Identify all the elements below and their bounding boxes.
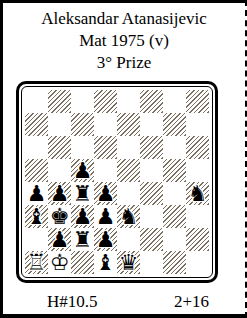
chess-board: ♟♟♟♜♟♞♝♚♟♟♞♟♜♟♖♔♝♛ xyxy=(25,90,209,274)
white-rook-piece: ♖ xyxy=(27,251,47,274)
square-f4 xyxy=(140,182,163,205)
square-d2: ♟ xyxy=(94,228,117,251)
square-h4: ♞ xyxy=(186,182,209,205)
square-b3: ♚ xyxy=(48,205,71,228)
square-c2: ♜ xyxy=(71,228,94,251)
square-h5 xyxy=(186,159,209,182)
square-f3 xyxy=(140,205,163,228)
square-c8 xyxy=(71,90,94,113)
square-a4: ♟ xyxy=(25,182,48,205)
square-e6 xyxy=(117,136,140,159)
square-b1: ♔ xyxy=(48,251,71,274)
square-g8 xyxy=(163,90,186,113)
square-a3: ♝ xyxy=(25,205,48,228)
black-pawn-piece: ♟ xyxy=(96,228,116,251)
square-e8 xyxy=(117,90,140,113)
square-g4 xyxy=(163,182,186,205)
black-queen-piece: ♛ xyxy=(119,251,139,274)
black-rook-piece: ♜ xyxy=(73,182,93,205)
square-a5 xyxy=(25,159,48,182)
black-pawn-piece: ♟ xyxy=(27,182,47,205)
square-b2: ♟ xyxy=(48,228,71,251)
black-rook-piece: ♜ xyxy=(73,228,93,251)
square-f2 xyxy=(140,228,163,251)
square-d6 xyxy=(94,136,117,159)
black-pawn-piece: ♟ xyxy=(73,205,93,228)
square-f7 xyxy=(140,113,163,136)
black-pawn-piece: ♟ xyxy=(73,159,93,182)
square-g6 xyxy=(163,136,186,159)
square-a8 xyxy=(25,90,48,113)
square-c7 xyxy=(71,113,94,136)
square-a2 xyxy=(25,228,48,251)
square-h2 xyxy=(186,228,209,251)
white-king-piece: ♔ xyxy=(50,251,70,274)
square-f6 xyxy=(140,136,163,159)
black-bishop-piece: ♝ xyxy=(96,251,116,274)
square-d5 xyxy=(94,159,117,182)
square-h3 xyxy=(186,205,209,228)
square-a6 xyxy=(25,136,48,159)
stipulation-label: H#10.5 xyxy=(47,292,98,312)
square-f8 xyxy=(140,90,163,113)
black-pawn-piece: ♟ xyxy=(50,228,70,251)
square-e4 xyxy=(117,182,140,205)
square-h6 xyxy=(186,136,209,159)
square-e5 xyxy=(117,159,140,182)
square-e2 xyxy=(117,228,140,251)
problem-header: Aleksandar Atanasijevic Mat 1975 (v) 3° … xyxy=(3,3,245,74)
material-count-label: 2+16 xyxy=(174,292,209,312)
chess-problem-card: Aleksandar Atanasijevic Mat 1975 (v) 3° … xyxy=(0,0,247,318)
square-d7 xyxy=(94,113,117,136)
black-bishop-piece: ♝ xyxy=(27,205,47,228)
black-pawn-piece: ♟ xyxy=(96,205,116,228)
square-h7 xyxy=(186,113,209,136)
square-c4: ♜ xyxy=(71,182,94,205)
black-pawn-piece: ♟ xyxy=(96,182,116,205)
square-g2 xyxy=(163,228,186,251)
square-g1 xyxy=(163,251,186,274)
square-d3: ♟ xyxy=(94,205,117,228)
chess-board-frame-inner: ♟♟♟♜♟♞♝♚♟♟♞♟♜♟♖♔♝♛ xyxy=(21,86,213,278)
square-a1: ♖ xyxy=(25,251,48,274)
square-c1 xyxy=(71,251,94,274)
black-king-piece: ♚ xyxy=(50,205,70,228)
chess-board-frame: ♟♟♟♜♟♞♝♚♟♟♞♟♜♟♖♔♝♛ xyxy=(16,81,218,283)
square-d8 xyxy=(94,90,117,113)
caption-row: H#10.5 2+16 xyxy=(3,283,245,312)
square-h8 xyxy=(186,90,209,113)
source-year: Mat 1975 (v) xyxy=(3,30,245,52)
square-f5 xyxy=(140,159,163,182)
square-e1: ♛ xyxy=(117,251,140,274)
square-b4: ♟ xyxy=(48,182,71,205)
square-b6 xyxy=(48,136,71,159)
square-e7 xyxy=(117,113,140,136)
square-g7 xyxy=(163,113,186,136)
square-a7 xyxy=(25,113,48,136)
black-knight-piece: ♞ xyxy=(119,205,139,228)
square-g5 xyxy=(163,159,186,182)
award: 3° Prize xyxy=(3,52,245,74)
square-b8 xyxy=(48,90,71,113)
square-c6 xyxy=(71,136,94,159)
square-c5: ♟ xyxy=(71,159,94,182)
black-pawn-piece: ♟ xyxy=(50,182,70,205)
square-g3 xyxy=(163,205,186,228)
black-knight-piece: ♞ xyxy=(188,182,208,205)
author-name: Aleksandar Atanasijevic xyxy=(3,8,245,30)
square-d4: ♟ xyxy=(94,182,117,205)
square-h1 xyxy=(186,251,209,274)
square-c3: ♟ xyxy=(71,205,94,228)
square-b5 xyxy=(48,159,71,182)
square-e3: ♞ xyxy=(117,205,140,228)
square-f1 xyxy=(140,251,163,274)
square-d1: ♝ xyxy=(94,251,117,274)
square-b7 xyxy=(48,113,71,136)
